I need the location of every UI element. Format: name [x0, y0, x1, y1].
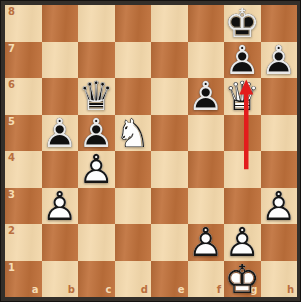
piece-fill-glyph: ♟︎: [224, 42, 261, 79]
board-square-c4[interactable]: ♟︎♙︎: [78, 151, 115, 188]
board-square-h7[interactable]: ♟︎♙︎: [261, 42, 298, 79]
piece-fill-glyph: ♟︎: [188, 224, 225, 261]
white-pawn-h3[interactable]: ♟︎♙︎: [261, 188, 298, 225]
board-square-g3[interactable]: [224, 188, 261, 225]
board-square-h4[interactable]: [261, 151, 298, 188]
board-square-e2[interactable]: [151, 224, 188, 261]
piece-fill-glyph: ♚︎: [224, 261, 261, 298]
white-king-g1[interactable]: ♚︎♔︎: [224, 261, 261, 298]
board-square-b5[interactable]: ♟︎♙︎: [42, 115, 79, 152]
piece-fill-glyph: ♟︎: [78, 151, 115, 188]
board-square-b7[interactable]: [42, 42, 79, 79]
board-square-e8[interactable]: [151, 5, 188, 42]
piece-outline-glyph: ♙︎: [42, 115, 79, 152]
piece-outline-glyph: ♘︎: [115, 115, 152, 152]
black-pawn-g7[interactable]: ♟︎♙︎: [224, 42, 261, 79]
board-square-d7[interactable]: [115, 42, 152, 79]
board-square-g4[interactable]: [224, 151, 261, 188]
file-label-b: b: [68, 285, 75, 295]
board-square-h5[interactable]: [261, 115, 298, 152]
board-square-c8[interactable]: [78, 5, 115, 42]
board-square-d6[interactable]: [115, 78, 152, 115]
chessboard-frame: 8♚︎♔︎7♟︎♙︎♟︎♙︎6♛︎♕︎♟︎♙︎♛︎♕︎5♟︎♙︎♟︎♙︎♞︎♘︎…: [0, 0, 301, 302]
board-square-a1[interactable]: 1a: [5, 261, 42, 298]
piece-outline-glyph: ♙︎: [224, 224, 261, 261]
rank-label-6: 6: [8, 80, 15, 90]
board-square-f8[interactable]: [188, 5, 225, 42]
file-label-d: d: [141, 285, 148, 295]
piece-fill-glyph: ♟︎: [78, 115, 115, 152]
piece-fill-glyph: ♛︎: [78, 78, 115, 115]
board-square-b2[interactable]: [42, 224, 79, 261]
piece-outline-glyph: ♙︎: [261, 188, 298, 225]
white-pawn-b3[interactable]: ♟︎♙︎: [42, 188, 79, 225]
board-square-b3[interactable]: ♟︎♙︎: [42, 188, 79, 225]
white-queen-g6[interactable]: ♛︎♕︎: [224, 78, 261, 115]
board-square-c5[interactable]: ♟︎♙︎: [78, 115, 115, 152]
board-square-g2[interactable]: ♟︎♙︎: [224, 224, 261, 261]
piece-outline-glyph: ♙︎: [224, 42, 261, 79]
piece-fill-glyph: ♛︎: [224, 78, 261, 115]
board-square-a5[interactable]: 5: [5, 115, 42, 152]
board-square-d3[interactable]: [115, 188, 152, 225]
rank-label-7: 7: [8, 44, 15, 54]
rank-label-2: 2: [8, 226, 15, 236]
board-square-c6[interactable]: ♛︎♕︎: [78, 78, 115, 115]
chess-board: 8♚︎♔︎7♟︎♙︎♟︎♙︎6♛︎♕︎♟︎♙︎♛︎♕︎5♟︎♙︎♟︎♙︎♞︎♘︎…: [5, 5, 297, 297]
board-square-a2[interactable]: 2: [5, 224, 42, 261]
piece-outline-glyph: ♙︎: [261, 42, 298, 79]
piece-outline-glyph: ♙︎: [42, 188, 79, 225]
file-label-e: e: [178, 285, 185, 295]
black-king-g8[interactable]: ♚︎♔︎: [224, 5, 261, 42]
board-square-f1[interactable]: f: [188, 261, 225, 298]
board-square-f7[interactable]: [188, 42, 225, 79]
board-square-a6[interactable]: 6: [5, 78, 42, 115]
board-square-g5[interactable]: [224, 115, 261, 152]
board-square-b6[interactable]: [42, 78, 79, 115]
rank-label-1: 1: [8, 263, 15, 273]
board-square-f3[interactable]: [188, 188, 225, 225]
board-square-a8[interactable]: 8: [5, 5, 42, 42]
white-pawn-g2[interactable]: ♟︎♙︎: [224, 224, 261, 261]
piece-fill-glyph: ♟︎: [42, 115, 79, 152]
board-square-e5[interactable]: [151, 115, 188, 152]
board-square-e7[interactable]: [151, 42, 188, 79]
board-square-d1[interactable]: d: [115, 261, 152, 298]
black-pawn-c5[interactable]: ♟︎♙︎: [78, 115, 115, 152]
file-label-a: a: [32, 285, 39, 295]
board-square-e1[interactable]: e: [151, 261, 188, 298]
board-square-e3[interactable]: [151, 188, 188, 225]
board-square-g6[interactable]: ♛︎♕︎: [224, 78, 261, 115]
board-square-b4[interactable]: [42, 151, 79, 188]
board-square-d2[interactable]: [115, 224, 152, 261]
board-square-b1[interactable]: b: [42, 261, 79, 298]
piece-fill-glyph: ♟︎: [261, 42, 298, 79]
white-knight-d5[interactable]: ♞︎♘︎: [115, 115, 152, 152]
board-square-d5[interactable]: ♞︎♘︎: [115, 115, 152, 152]
board-square-h1[interactable]: h: [261, 261, 298, 298]
board-square-g7[interactable]: ♟︎♙︎: [224, 42, 261, 79]
black-queen-c6[interactable]: ♛︎♕︎: [78, 78, 115, 115]
board-square-g1[interactable]: g♚︎♔︎: [224, 261, 261, 298]
piece-outline-glyph: ♙︎: [188, 78, 225, 115]
piece-fill-glyph: ♟︎: [188, 78, 225, 115]
board-square-h2[interactable]: [261, 224, 298, 261]
board-square-e6[interactable]: [151, 78, 188, 115]
board-square-b8[interactable]: [42, 5, 79, 42]
board-square-h8[interactable]: [261, 5, 298, 42]
white-pawn-f2[interactable]: ♟︎♙︎: [188, 224, 225, 261]
board-square-c3[interactable]: [78, 188, 115, 225]
file-label-h: h: [287, 285, 294, 295]
board-square-g8[interactable]: ♚︎♔︎: [224, 5, 261, 42]
piece-outline-glyph: ♕︎: [78, 78, 115, 115]
board-square-f6[interactable]: ♟︎♙︎: [188, 78, 225, 115]
white-pawn-c4[interactable]: ♟︎♙︎: [78, 151, 115, 188]
piece-outline-glyph: ♙︎: [78, 115, 115, 152]
piece-fill-glyph: ♟︎: [224, 224, 261, 261]
board-square-a3[interactable]: 3: [5, 188, 42, 225]
board-square-f5[interactable]: [188, 115, 225, 152]
black-pawn-b5[interactable]: ♟︎♙︎: [42, 115, 79, 152]
piece-outline-glyph: ♙︎: [188, 224, 225, 261]
board-square-c1[interactable]: c: [78, 261, 115, 298]
file-label-c: c: [106, 285, 112, 295]
piece-fill-glyph: ♟︎: [261, 188, 298, 225]
board-square-f2[interactable]: ♟︎♙︎: [188, 224, 225, 261]
piece-fill-glyph: ♟︎: [42, 188, 79, 225]
piece-outline-glyph: ♕︎: [224, 78, 261, 115]
black-pawn-f6[interactable]: ♟︎♙︎: [188, 78, 225, 115]
piece-outline-glyph: ♔︎: [224, 5, 261, 42]
board-square-d8[interactable]: [115, 5, 152, 42]
board-square-d4[interactable]: [115, 151, 152, 188]
board-square-c2[interactable]: [78, 224, 115, 261]
file-label-f: f: [217, 285, 221, 295]
board-square-a4[interactable]: 4: [5, 151, 42, 188]
board-square-e4[interactable]: [151, 151, 188, 188]
rank-label-4: 4: [8, 153, 15, 163]
rank-label-5: 5: [8, 117, 15, 127]
piece-outline-glyph: ♙︎: [78, 151, 115, 188]
board-square-c7[interactable]: [78, 42, 115, 79]
board-square-a7[interactable]: 7: [5, 42, 42, 79]
board-square-h6[interactable]: [261, 78, 298, 115]
piece-fill-glyph: ♚︎: [224, 5, 261, 42]
piece-fill-glyph: ♞︎: [115, 115, 152, 152]
board-square-h3[interactable]: ♟︎♙︎: [261, 188, 298, 225]
piece-outline-glyph: ♔︎: [224, 261, 261, 298]
board-square-f4[interactable]: [188, 151, 225, 188]
rank-label-8: 8: [8, 7, 15, 17]
rank-label-3: 3: [8, 190, 15, 200]
black-pawn-h7[interactable]: ♟︎♙︎: [261, 42, 298, 79]
